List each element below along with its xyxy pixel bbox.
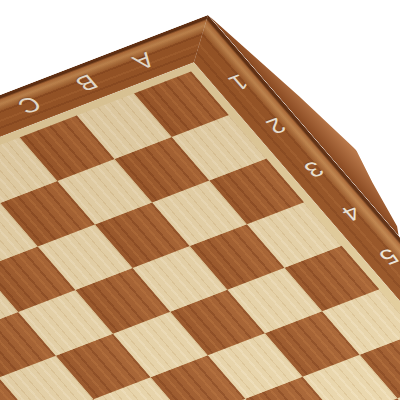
photo-canvas: ABCDEFGH12345678 bbox=[0, 0, 400, 400]
chessboard: ABCDEFGH12345678 bbox=[0, 15, 400, 400]
